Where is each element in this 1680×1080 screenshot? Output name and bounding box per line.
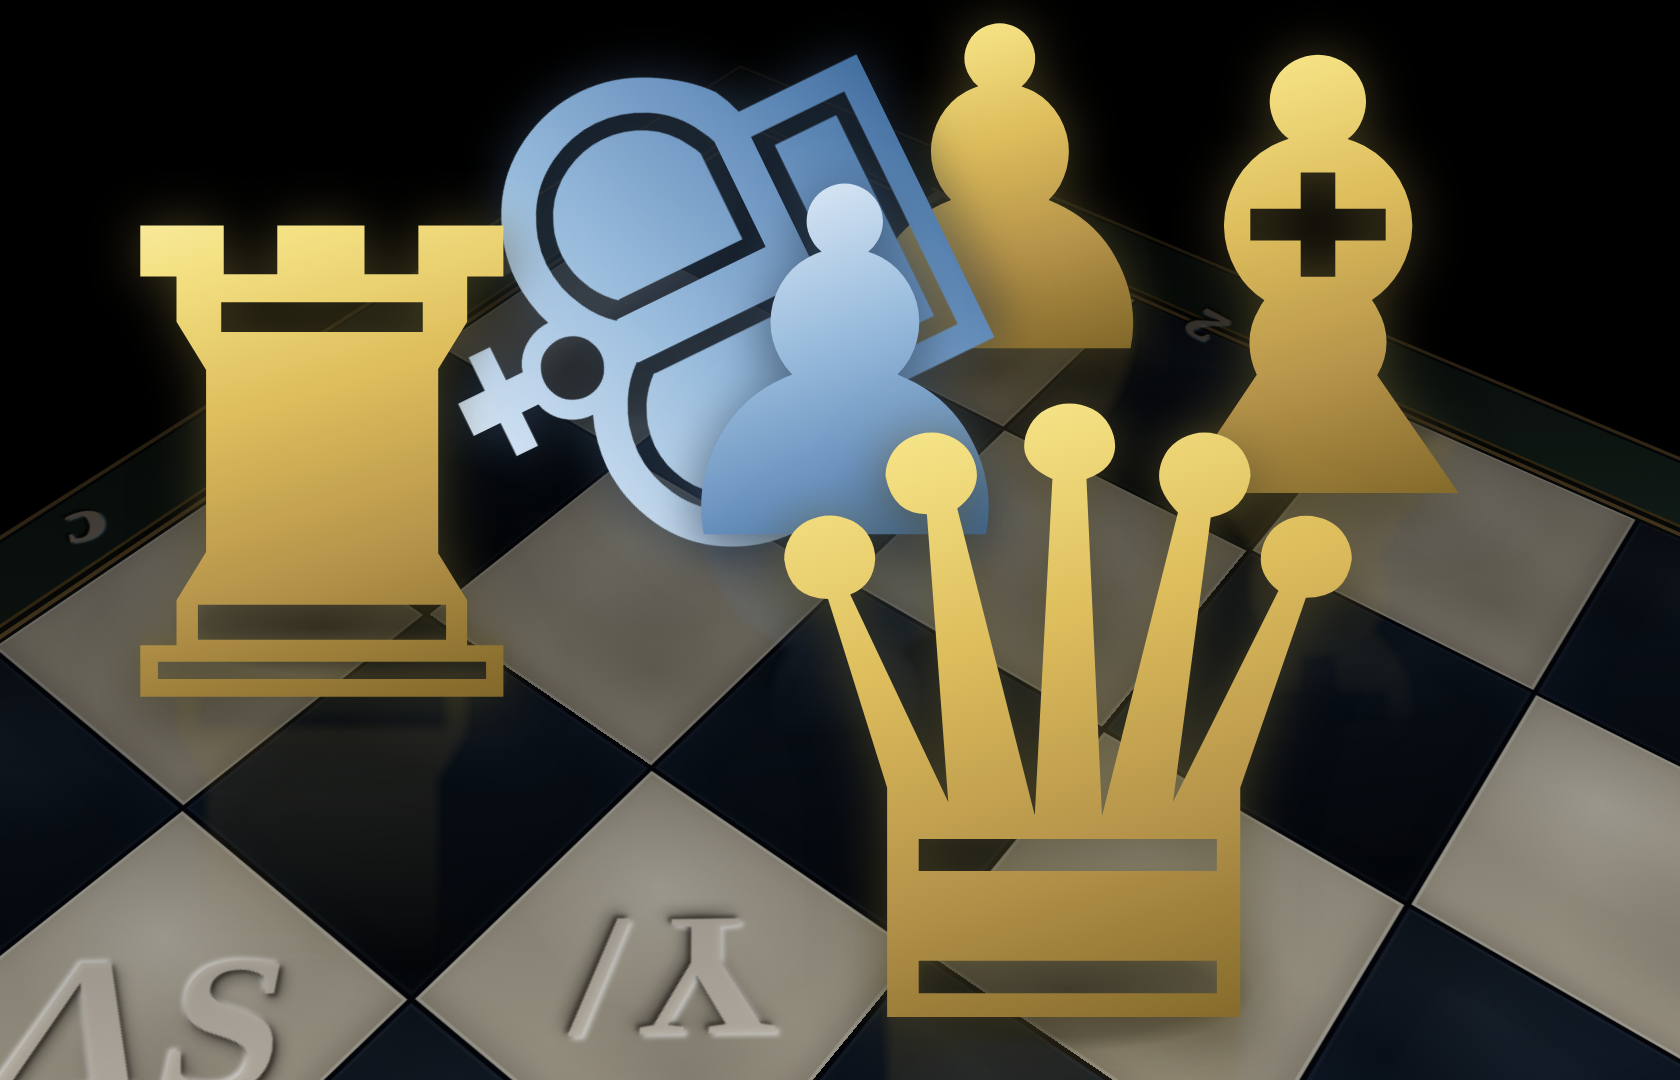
chess-scene: ΛSY/ec12 ♟♟♝♝♚♟♟♜♜♛♛ — [0, 0, 1680, 1080]
gold-rook[interactable]: ♜ — [33, 150, 611, 795]
gold-queen[interactable]: ♛ — [691, 306, 1444, 1080]
